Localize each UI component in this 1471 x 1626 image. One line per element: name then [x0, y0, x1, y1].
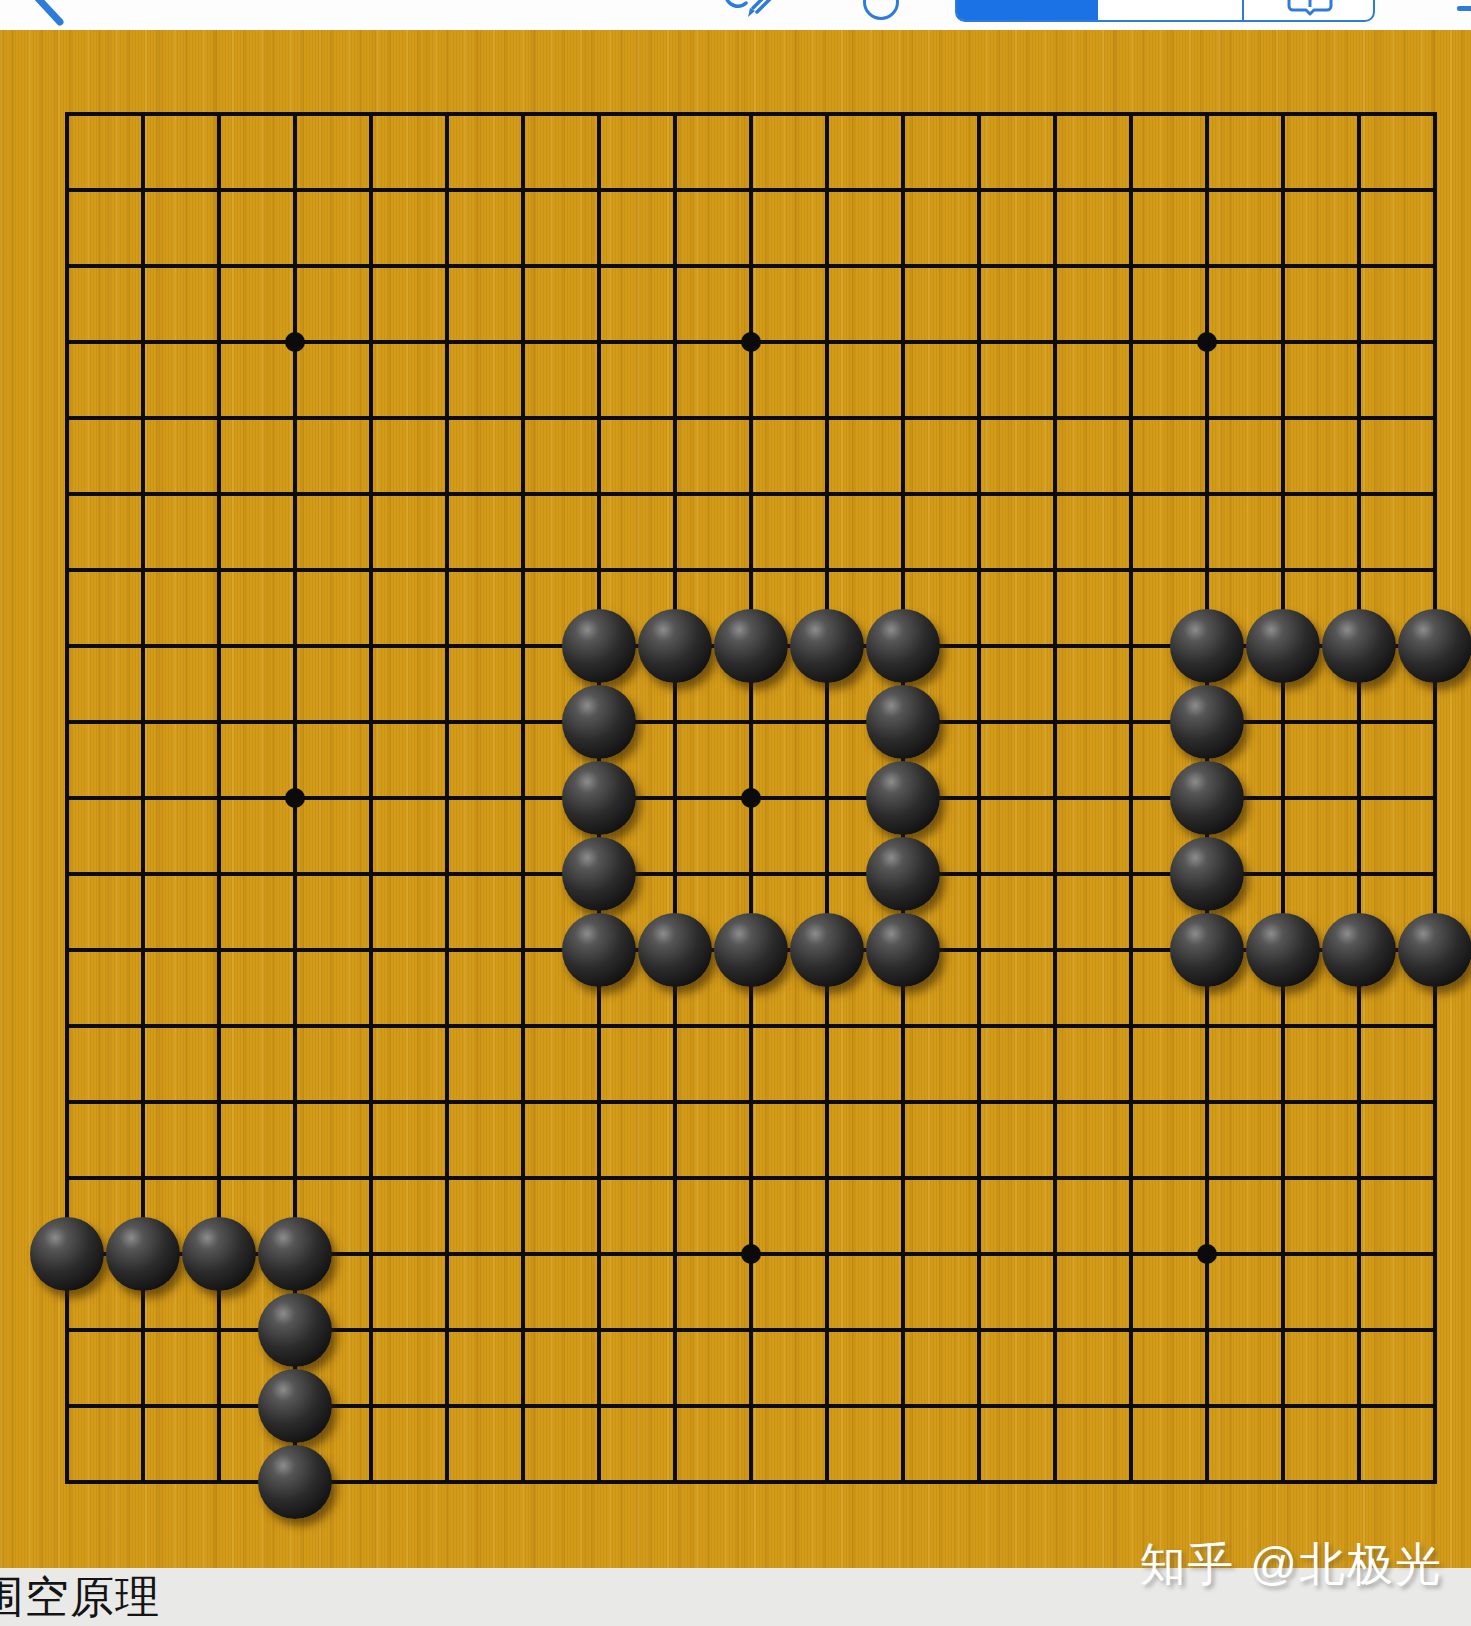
grid-cell — [293, 416, 369, 492]
grid-cell — [977, 264, 1053, 340]
grid-cell — [1205, 264, 1281, 340]
grid-cell — [977, 948, 1053, 1024]
grid-cell — [749, 1328, 825, 1404]
grid-cell — [1281, 796, 1357, 872]
segment-selected[interactable] — [957, 0, 1098, 20]
black-stone — [866, 685, 940, 759]
grid-cell — [445, 872, 521, 948]
grid-cell — [673, 112, 749, 188]
grid-cell — [293, 112, 369, 188]
grid-cell — [293, 568, 369, 644]
star-point — [285, 332, 305, 352]
grid-cell — [1357, 720, 1433, 796]
grid-cell — [141, 264, 217, 340]
segment-middle[interactable] — [1100, 0, 1242, 20]
grid-cell — [825, 1024, 901, 1100]
grid-cell — [673, 720, 749, 796]
grid-cell — [1357, 1100, 1433, 1176]
grid-cell — [1357, 1024, 1433, 1100]
grid-cell — [1281, 1024, 1357, 1100]
black-stone — [714, 913, 788, 987]
grid-cell — [825, 1252, 901, 1328]
black-stone — [562, 913, 636, 987]
grid-cell — [445, 1404, 521, 1480]
grid-cell — [369, 1176, 445, 1252]
black-stone — [258, 1445, 332, 1519]
grid-cell — [597, 1404, 673, 1480]
grid-cell — [217, 948, 293, 1024]
grid-cell — [1357, 796, 1433, 872]
black-stone — [1322, 609, 1396, 683]
grid-cell — [65, 644, 141, 720]
star-point — [285, 788, 305, 808]
grid-cell — [141, 872, 217, 948]
grid-cell — [369, 188, 445, 264]
grid-cell — [1129, 188, 1205, 264]
grid-cell — [977, 644, 1053, 720]
black-stone — [714, 609, 788, 683]
grid-cell — [141, 1100, 217, 1176]
grid-cell — [293, 264, 369, 340]
grid-cell — [1053, 796, 1129, 872]
grid-cell — [597, 264, 673, 340]
black-stone — [866, 609, 940, 683]
grid-cell — [369, 112, 445, 188]
grid-cell — [1205, 1024, 1281, 1100]
grid-cell — [369, 644, 445, 720]
grid-cell — [141, 1024, 217, 1100]
star-point — [1197, 332, 1217, 352]
grid-cell — [521, 416, 597, 492]
grid-cell — [1129, 1404, 1205, 1480]
grid-cell — [369, 568, 445, 644]
grid-cell — [825, 340, 901, 416]
grid-cell — [445, 264, 521, 340]
grid-cell — [977, 340, 1053, 416]
black-stone — [638, 609, 712, 683]
grid-cell — [445, 1252, 521, 1328]
grid-cell — [673, 1328, 749, 1404]
grid-cell — [369, 1404, 445, 1480]
grid-cell — [749, 1024, 825, 1100]
grid-cell — [749, 796, 825, 872]
grid-cell — [1053, 872, 1129, 948]
grid-cell — [1357, 1176, 1433, 1252]
grid-cell — [217, 796, 293, 872]
grid-cell — [445, 492, 521, 568]
grid-cell — [369, 416, 445, 492]
grid-cell — [521, 1176, 597, 1252]
grid-cell — [901, 1404, 977, 1480]
grid-cell — [1357, 1404, 1433, 1480]
grid-cell — [521, 1328, 597, 1404]
grid-cell — [1053, 1252, 1129, 1328]
grid-cell — [141, 644, 217, 720]
grid-cell — [1129, 1252, 1205, 1328]
grid-cell — [1053, 1024, 1129, 1100]
black-stone — [638, 913, 712, 987]
grid-cell — [65, 872, 141, 948]
grid-cell — [901, 1176, 977, 1252]
grid-cell — [1205, 188, 1281, 264]
grid-cell — [293, 872, 369, 948]
grid-cell — [901, 188, 977, 264]
black-stone — [562, 761, 636, 835]
grid-cell — [521, 1100, 597, 1176]
grid-cell — [293, 720, 369, 796]
grid-cell — [1053, 644, 1129, 720]
caption-title: 围空原理 — [0, 1568, 160, 1626]
grid-cell — [1205, 1404, 1281, 1480]
grid-cell — [445, 416, 521, 492]
grid-cell — [749, 264, 825, 340]
grid-cell — [1053, 568, 1129, 644]
black-stone — [1170, 913, 1244, 987]
grid-cell — [217, 872, 293, 948]
grid-cell — [65, 568, 141, 644]
grid-cell — [445, 1328, 521, 1404]
grid-cell — [521, 492, 597, 568]
grid-cell — [445, 340, 521, 416]
grid-cell — [1129, 112, 1205, 188]
grid-cell — [977, 1252, 1053, 1328]
grid-cell — [977, 112, 1053, 188]
grid-cell — [65, 1100, 141, 1176]
black-stone — [1246, 913, 1320, 987]
grid-cell — [293, 948, 369, 1024]
grid-cell — [673, 796, 749, 872]
grid-cell — [749, 492, 825, 568]
grid-cell — [673, 1176, 749, 1252]
grid-cell — [597, 492, 673, 568]
grid-cell — [1205, 340, 1281, 416]
grid-cell — [369, 492, 445, 568]
grid-cell — [597, 340, 673, 416]
black-stone — [106, 1217, 180, 1291]
grid-cell — [1357, 1328, 1433, 1404]
grid-cell — [749, 1404, 825, 1480]
grid-cell — [825, 1100, 901, 1176]
grid-cell — [1205, 1252, 1281, 1328]
black-stone — [790, 609, 864, 683]
black-stone — [562, 837, 636, 911]
grid-cell — [901, 340, 977, 416]
grid-cell — [1129, 1024, 1205, 1100]
grid-cell — [141, 1328, 217, 1404]
grid-cell — [521, 1252, 597, 1328]
grid-cell — [1053, 1176, 1129, 1252]
grid-cell — [369, 1252, 445, 1328]
open-book-icon[interactable] — [1287, 0, 1333, 16]
grid-cell — [445, 1024, 521, 1100]
grid-cell — [217, 720, 293, 796]
grid-cell — [65, 720, 141, 796]
grid-cell — [597, 1100, 673, 1176]
grid-cell — [445, 112, 521, 188]
grid-cell — [521, 340, 597, 416]
grid-cell — [1053, 188, 1129, 264]
grid-cell — [1053, 720, 1129, 796]
grid-cell — [217, 1100, 293, 1176]
grid-cell — [65, 188, 141, 264]
grid-cell — [1205, 416, 1281, 492]
grid-cell — [65, 1024, 141, 1100]
grid-cell — [521, 264, 597, 340]
grid-cell — [1357, 1252, 1433, 1328]
grid-cell — [141, 796, 217, 872]
black-stone — [1170, 609, 1244, 683]
grid-cell — [1357, 340, 1433, 416]
grid-cell — [1281, 1100, 1357, 1176]
grid-cell — [1053, 1100, 1129, 1176]
grid-cell — [65, 264, 141, 340]
grid-cell — [293, 188, 369, 264]
grid-cell — [977, 1404, 1053, 1480]
black-stone — [258, 1369, 332, 1443]
grid-cell — [901, 1024, 977, 1100]
grid-cell — [1205, 1100, 1281, 1176]
menu-icon[interactable] — [1457, 6, 1471, 11]
grid-cell — [1281, 188, 1357, 264]
grid-cell — [293, 1024, 369, 1100]
grid-cell — [597, 188, 673, 264]
grid-cell — [65, 416, 141, 492]
grid-cell — [1281, 112, 1357, 188]
grid-cell — [1281, 264, 1357, 340]
grid-cell — [65, 796, 141, 872]
grid-cell — [1053, 112, 1129, 188]
grid-cell — [141, 1404, 217, 1480]
grid-cell — [369, 720, 445, 796]
grid-cell — [1281, 416, 1357, 492]
black-stone — [1170, 761, 1244, 835]
grid-cell — [369, 1100, 445, 1176]
black-stone — [258, 1293, 332, 1367]
grid-cell — [1205, 1176, 1281, 1252]
grid-cell — [901, 416, 977, 492]
star-point — [741, 788, 761, 808]
grid-cell — [977, 416, 1053, 492]
grid-cell — [597, 1024, 673, 1100]
grid-cell — [141, 188, 217, 264]
grid-cell — [597, 1328, 673, 1404]
grid-cell — [1053, 416, 1129, 492]
grid-cell — [825, 264, 901, 340]
grid-cell — [1129, 416, 1205, 492]
black-stone — [182, 1217, 256, 1291]
grid-cell — [521, 188, 597, 264]
star-point — [741, 332, 761, 352]
grid-cell — [369, 1328, 445, 1404]
grid-cell — [749, 1100, 825, 1176]
grid-cell — [673, 1024, 749, 1100]
star-point — [741, 1244, 761, 1264]
grid-cell — [977, 492, 1053, 568]
grid-cell — [901, 112, 977, 188]
black-stone — [866, 913, 940, 987]
grid-cell — [65, 1328, 141, 1404]
grid-cell — [1357, 492, 1433, 568]
grid-cell — [673, 1100, 749, 1176]
grid-cell — [977, 1176, 1053, 1252]
grid-cell — [141, 112, 217, 188]
grid-cell — [749, 188, 825, 264]
grid-cell — [369, 796, 445, 872]
grid-cell — [749, 340, 825, 416]
grid-cell — [1053, 492, 1129, 568]
grid-cell — [217, 340, 293, 416]
black-stone — [258, 1217, 332, 1291]
grid-cell — [901, 1328, 977, 1404]
grid-cell — [293, 340, 369, 416]
grid-cell — [65, 112, 141, 188]
grid-cell — [369, 264, 445, 340]
black-stone — [1398, 913, 1471, 987]
grid-cell — [825, 112, 901, 188]
grid-cell — [65, 948, 141, 1024]
grid-cell — [445, 720, 521, 796]
grid-cell — [1281, 1252, 1357, 1328]
grid-cell — [673, 188, 749, 264]
grid-cell — [1357, 188, 1433, 264]
grid-cell — [749, 416, 825, 492]
grid-cell — [141, 568, 217, 644]
grid-cell — [1205, 492, 1281, 568]
grid-cell — [1205, 1328, 1281, 1404]
grid-cell — [1281, 340, 1357, 416]
grid-cell — [749, 1176, 825, 1252]
grid-cell — [673, 492, 749, 568]
grid-cell — [217, 644, 293, 720]
grid-cell — [293, 492, 369, 568]
grid-cell — [1281, 1328, 1357, 1404]
grid-cell — [901, 1252, 977, 1328]
grid-cell — [217, 492, 293, 568]
grid-cell — [597, 416, 673, 492]
black-stone — [1322, 913, 1396, 987]
grid-cell — [217, 112, 293, 188]
black-stone — [1170, 685, 1244, 759]
grid-cell — [673, 1252, 749, 1328]
grid-cell — [445, 644, 521, 720]
grid-cell — [977, 872, 1053, 948]
grid-cell — [1281, 1404, 1357, 1480]
grid-cell — [217, 188, 293, 264]
grid-cell — [977, 796, 1053, 872]
grid-cell — [825, 1176, 901, 1252]
grid-cell — [1129, 492, 1205, 568]
grid-cell — [141, 340, 217, 416]
grid-cell — [597, 112, 673, 188]
grid-cell — [1129, 340, 1205, 416]
grid-cell — [1281, 492, 1357, 568]
black-stone — [1398, 609, 1471, 683]
black-stone — [790, 913, 864, 987]
grid-cell — [1205, 112, 1281, 188]
black-stone — [1170, 837, 1244, 911]
grid-cell — [445, 948, 521, 1024]
grid-cell — [825, 492, 901, 568]
grid-cell — [445, 1100, 521, 1176]
grid-cell — [749, 112, 825, 188]
grid-cell — [825, 1404, 901, 1480]
grid-cell — [1053, 1404, 1129, 1480]
grid-cell — [293, 796, 369, 872]
grid-cell — [217, 1024, 293, 1100]
black-stone — [562, 609, 636, 683]
grid-cell — [141, 492, 217, 568]
grid-cell — [521, 112, 597, 188]
grid-cell — [901, 492, 977, 568]
grid-cell — [369, 340, 445, 416]
back-chevron-icon[interactable] — [30, 0, 64, 26]
grid-cell — [369, 948, 445, 1024]
black-stone — [30, 1217, 104, 1291]
black-stone — [562, 685, 636, 759]
grid-cell — [825, 416, 901, 492]
app-screen: 知乎 @北极光 围空原理 — [0, 0, 1471, 1626]
compose-pen-icon[interactable] — [724, 0, 776, 22]
grid-cell — [977, 1024, 1053, 1100]
grid-cell — [1053, 340, 1129, 416]
black-stone — [866, 837, 940, 911]
grid-cell — [1357, 264, 1433, 340]
grid-cell — [445, 796, 521, 872]
grid-cell — [1129, 1100, 1205, 1176]
grid-cell — [749, 1252, 825, 1328]
grid-cell — [901, 264, 977, 340]
grid-cell — [1053, 264, 1129, 340]
grid-cell — [1053, 1328, 1129, 1404]
grid-cell — [1053, 948, 1129, 1024]
grid-cell — [1129, 264, 1205, 340]
grid-cell — [673, 340, 749, 416]
grid-cell — [977, 188, 1053, 264]
grid-cell — [217, 568, 293, 644]
grid-cell — [65, 1404, 141, 1480]
go-board[interactable] — [0, 30, 1471, 1568]
segmented-control — [955, 0, 1375, 22]
grid-cell — [825, 1328, 901, 1404]
grid-cell — [749, 720, 825, 796]
grid-cell — [1357, 416, 1433, 492]
grid-cell — [1357, 112, 1433, 188]
grid-cell — [141, 720, 217, 796]
grid-cell — [521, 1404, 597, 1480]
grid-cell — [901, 1100, 977, 1176]
grid-cell — [293, 1100, 369, 1176]
grid-cell — [521, 1024, 597, 1100]
grid-cell — [217, 264, 293, 340]
watermark: 知乎 @北极光 — [1140, 1534, 1443, 1596]
grid-cell — [977, 1100, 1053, 1176]
black-stone — [1246, 609, 1320, 683]
grid-cell — [1129, 1176, 1205, 1252]
grid-cell — [217, 416, 293, 492]
grid-cell — [445, 1176, 521, 1252]
grid-cell — [445, 188, 521, 264]
black-stone — [866, 761, 940, 835]
grid-cell — [65, 340, 141, 416]
grid-cell — [1129, 1328, 1205, 1404]
grid-cell — [597, 1176, 673, 1252]
grid-cell — [65, 492, 141, 568]
circle-tool-icon[interactable] — [863, 0, 899, 20]
grid-cell — [673, 264, 749, 340]
grid-cell — [977, 1328, 1053, 1404]
grid-cell — [1281, 1176, 1357, 1252]
grid-cell — [1281, 720, 1357, 796]
